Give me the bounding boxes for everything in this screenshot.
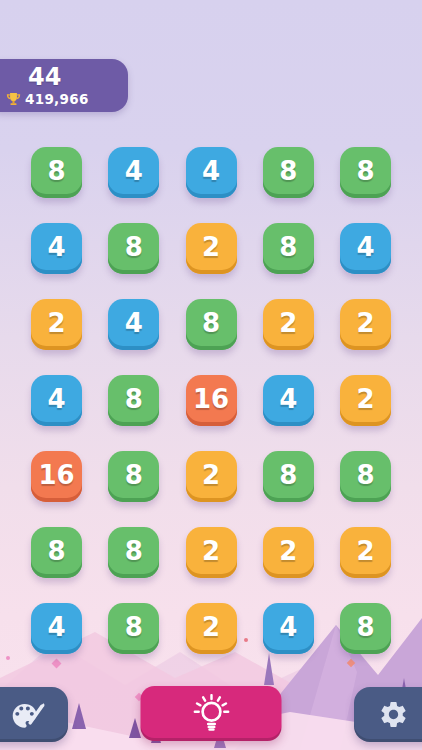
tile-r1c4[interactable]: 8 [263,147,314,198]
gear-icon [378,699,409,730]
tile-r6c1[interactable]: 8 [31,527,82,578]
tile-r3c4[interactable]: 2 [263,299,314,350]
level-number: 44 [28,64,128,90]
level-score-badge: 44 419,966 [0,59,128,112]
tile-r3c5[interactable]: 2 [340,299,391,350]
tile-r1c2[interactable]: 4 [108,147,159,198]
game-screen: 44 419,966 84488482842482248164216828888… [0,0,422,750]
trophy-icon [6,92,21,106]
tile-r4c1[interactable]: 4 [31,375,82,426]
tile-r2c2[interactable]: 8 [108,223,159,274]
tile-r6c4[interactable]: 2 [263,527,314,578]
tile-r4c5[interactable]: 2 [340,375,391,426]
tile-r2c3[interactable]: 2 [186,223,237,274]
tile-r4c3[interactable]: 16 [186,375,237,426]
tile-r1c5[interactable]: 8 [340,147,391,198]
tile-r6c2[interactable]: 8 [108,527,159,578]
tile-r4c2[interactable]: 8 [108,375,159,426]
tile-r5c4[interactable]: 8 [263,451,314,502]
palette-brush-icon [11,697,47,733]
hint-button[interactable] [141,686,282,741]
tile-r3c2[interactable]: 4 [108,299,159,350]
tile-r1c3[interactable]: 4 [186,147,237,198]
tile-r5c5[interactable]: 8 [340,451,391,502]
lightbulb-icon [188,694,234,734]
settings-button[interactable] [354,687,422,742]
tile-r5c1[interactable]: 16 [31,451,82,502]
tile-r5c2[interactable]: 8 [108,451,159,502]
theme-palette-button[interactable] [0,687,68,742]
tile-r5c3[interactable]: 2 [186,451,237,502]
tile-r7c2[interactable]: 8 [108,603,159,654]
tile-r3c1[interactable]: 2 [31,299,82,350]
tile-r6c5[interactable]: 2 [340,527,391,578]
tile-r1c1[interactable]: 8 [31,147,82,198]
tile-r4c4[interactable]: 4 [263,375,314,426]
tile-r2c5[interactable]: 4 [340,223,391,274]
score-value: 419,966 [25,91,89,107]
tile-r7c3[interactable]: 2 [186,603,237,654]
tile-r7c4[interactable]: 4 [263,603,314,654]
tile-r7c5[interactable]: 8 [340,603,391,654]
board-grid: 8448848284248224816421682888822248248 [31,147,391,654]
tile-r6c3[interactable]: 2 [186,527,237,578]
tile-r2c4[interactable]: 8 [263,223,314,274]
tile-r3c3[interactable]: 8 [186,299,237,350]
tile-r7c1[interactable]: 4 [31,603,82,654]
tile-r2c1[interactable]: 4 [31,223,82,274]
